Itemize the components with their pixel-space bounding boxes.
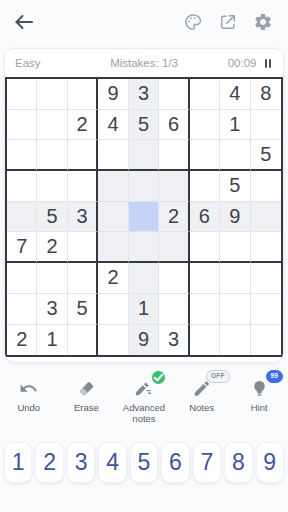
cell-r6c1[interactable]: 7 (7, 232, 37, 263)
cell-r6c5[interactable] (129, 232, 159, 263)
cell-r4c5[interactable] (129, 171, 159, 202)
cell-r8c2[interactable]: 3 (37, 294, 67, 325)
settings-button[interactable] (252, 11, 274, 33)
cell-r5c2[interactable]: 5 (37, 202, 67, 233)
cell-r8c1[interactable] (7, 294, 37, 325)
timer: 00:09 (228, 57, 257, 69)
cell-r6c6[interactable] (159, 232, 189, 263)
cell-r3c9[interactable]: 5 (251, 140, 281, 171)
hint-count-badge: 99 (266, 370, 284, 383)
cell-r3c3[interactable] (68, 140, 98, 171)
back-button[interactable] (12, 10, 36, 34)
cell-r1c3[interactable] (68, 79, 98, 110)
cell-r3c2[interactable] (37, 140, 67, 171)
cell-r3c8[interactable] (220, 140, 250, 171)
cell-r2c5[interactable]: 5 (129, 110, 159, 141)
cell-r9c1[interactable]: 2 (7, 325, 37, 356)
cell-r3c1[interactable] (7, 140, 37, 171)
app-bar (0, 0, 288, 44)
cell-r3c7[interactable] (190, 140, 220, 171)
cell-r1c9[interactable]: 8 (251, 79, 281, 110)
hint-button[interactable]: 99 Hint (230, 377, 288, 425)
cell-r4c7[interactable] (190, 171, 220, 202)
cell-r7c5[interactable] (129, 263, 159, 294)
cell-r4c4[interactable] (98, 171, 128, 202)
cell-r8c4[interactable] (98, 294, 128, 325)
cell-r6c3[interactable] (68, 232, 98, 263)
numkey-3[interactable]: 3 (67, 442, 95, 483)
cell-r3c5[interactable] (129, 140, 159, 171)
cell-r2c1[interactable] (7, 110, 37, 141)
board-card: Easy Mistakes: 1/3 00:09 934824561555326… (4, 48, 284, 363)
cell-r5c5[interactable] (129, 202, 159, 233)
cell-r1c2[interactable] (37, 79, 67, 110)
cell-r3c6[interactable] (159, 140, 189, 171)
palette-icon (183, 12, 203, 32)
cell-r6c4[interactable] (98, 232, 128, 263)
share-button[interactable] (217, 11, 239, 33)
cell-r9c7[interactable] (190, 325, 220, 356)
cell-r1c1[interactable] (7, 79, 37, 110)
pause-button[interactable] (263, 57, 274, 70)
cell-r4c1[interactable] (7, 171, 37, 202)
numkey-2[interactable]: 2 (35, 442, 63, 483)
cell-r2c3[interactable]: 2 (68, 110, 98, 141)
notes-off-badge: OFF (206, 370, 230, 383)
cell-r9c3[interactable] (68, 325, 98, 356)
advanced-notes-button[interactable]: Advanced notes (115, 377, 173, 425)
cell-r8c7[interactable] (190, 294, 220, 325)
numkey-6[interactable]: 6 (161, 442, 189, 483)
undo-label: Undo (17, 403, 40, 414)
cell-r5c6[interactable]: 2 (159, 202, 189, 233)
cell-r2c6[interactable]: 6 (159, 110, 189, 141)
sudoku-board: 93482456155532697223512193 (5, 77, 283, 357)
cell-r8c9[interactable] (251, 294, 281, 325)
cell-r4c6[interactable] (159, 171, 189, 202)
cell-r2c7[interactable] (190, 110, 220, 141)
cell-r8c8[interactable] (220, 294, 250, 325)
undo-button[interactable]: Undo (0, 377, 58, 425)
cell-r1c6[interactable] (159, 79, 189, 110)
cell-r9c8[interactable] (220, 325, 250, 356)
cell-r5c1[interactable] (7, 202, 37, 233)
cell-r9c9[interactable] (251, 325, 281, 356)
cell-r9c6[interactable]: 3 (159, 325, 189, 356)
numkey-4[interactable]: 4 (98, 442, 126, 483)
cell-r4c2[interactable] (37, 171, 67, 202)
cell-r1c8[interactable]: 4 (220, 79, 250, 110)
cell-r2c9[interactable] (251, 110, 281, 141)
cell-r4c3[interactable] (68, 171, 98, 202)
cell-r5c8[interactable]: 9 (220, 202, 250, 233)
cell-r9c5[interactable]: 9 (129, 325, 159, 356)
cell-r5c3[interactable]: 3 (68, 202, 98, 233)
advanced-notes-label: Advanced notes (115, 403, 173, 425)
cell-r8c5[interactable]: 1 (129, 294, 159, 325)
notes-label: Notes (189, 403, 214, 414)
settings-gear-icon (253, 12, 273, 32)
cell-r9c2[interactable]: 1 (37, 325, 67, 356)
theme-button[interactable] (182, 11, 204, 33)
mistakes-counter: Mistakes: 1/3 (101, 57, 187, 69)
lightbulb-icon (250, 379, 269, 398)
erase-label: Erase (74, 403, 99, 414)
cell-r5c7[interactable]: 6 (190, 202, 220, 233)
cell-r6c8[interactable] (220, 232, 250, 263)
cell-r6c9[interactable] (251, 232, 281, 263)
numkey-8[interactable]: 8 (224, 442, 252, 483)
cell-r6c7[interactable] (190, 232, 220, 263)
cell-r7c3[interactable] (68, 263, 98, 294)
numkey-5[interactable]: 5 (130, 442, 158, 483)
cell-r7c8[interactable] (220, 263, 250, 294)
status-bar: Easy Mistakes: 1/3 00:09 (5, 49, 283, 77)
open-external-icon (218, 12, 238, 32)
cell-r1c5[interactable]: 3 (129, 79, 159, 110)
hint-label: Hint (251, 403, 268, 414)
cell-r7c7[interactable] (190, 263, 220, 294)
cell-r1c4[interactable]: 9 (98, 79, 128, 110)
cell-r2c8[interactable]: 1 (220, 110, 250, 141)
cell-r8c6[interactable] (159, 294, 189, 325)
cell-r5c4[interactable] (98, 202, 128, 233)
notes-button[interactable]: OFF Notes (173, 377, 231, 425)
numpad: 123456789 (0, 442, 288, 483)
difficulty-label: Easy (15, 57, 101, 69)
cell-r1c7[interactable] (190, 79, 220, 110)
cell-r9c4[interactable] (98, 325, 128, 356)
back-arrow-icon (12, 10, 36, 34)
cell-r2c4[interactable]: 4 (98, 110, 128, 141)
cell-r7c1[interactable] (7, 263, 37, 294)
eraser-icon (77, 379, 96, 398)
cell-r2c2[interactable] (37, 110, 67, 141)
numkey-1[interactable]: 1 (4, 442, 32, 483)
undo-arrow-icon (19, 379, 38, 398)
cell-r5c9[interactable] (251, 202, 281, 233)
check-icon (152, 368, 165, 387)
cell-r7c2[interactable] (37, 263, 67, 294)
cell-r3c4[interactable] (98, 140, 128, 171)
cell-r4c9[interactable] (251, 171, 281, 202)
cell-r7c6[interactable] (159, 263, 189, 294)
numkey-9[interactable]: 9 (256, 442, 284, 483)
cell-r4c8[interactable]: 5 (220, 171, 250, 202)
numkey-7[interactable]: 7 (193, 442, 221, 483)
advanced-notes-check-badge (152, 371, 165, 384)
cell-r8c3[interactable]: 5 (68, 294, 98, 325)
cell-r6c2[interactable]: 2 (37, 232, 67, 263)
cell-r7c9[interactable] (251, 263, 281, 294)
pencil-lines-icon (134, 379, 153, 398)
cell-r7c4[interactable]: 2 (98, 263, 128, 294)
toolbar: Undo Erase (0, 377, 288, 425)
erase-button[interactable]: Erase (58, 377, 116, 425)
